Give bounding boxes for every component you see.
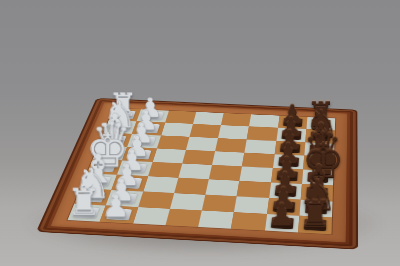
bronze-rook[interactable]: ♜	[298, 195, 331, 233]
board-square[interactable]	[133, 207, 170, 225]
board-square[interactable]	[174, 178, 209, 195]
board-square[interactable]	[205, 179, 239, 196]
board-square[interactable]	[202, 195, 237, 213]
board-square[interactable]: ♜	[298, 216, 332, 235]
board-square[interactable]	[170, 193, 206, 210]
board-grid: ♜♟♟♜♞♟♟♞♝♟♟♝♛♟♟♛♚♟♟♚♝♟♟♝♞♟♟♞♜♟♟♜	[68, 108, 336, 234]
board-square[interactable]	[234, 196, 268, 214]
silver-pawn[interactable]: ♟	[100, 191, 133, 222]
board-square[interactable]	[143, 176, 178, 193]
board-square[interactable]	[212, 151, 245, 166]
board-square[interactable]	[245, 139, 276, 154]
board-square[interactable]: ♟	[100, 205, 138, 223]
board-square[interactable]	[138, 191, 174, 208]
board-square[interactable]: ♟	[264, 214, 299, 233]
photo-backdrop: ♜♟♟♜♞♟♟♞♝♟♟♝♛♟♟♛♚♟♟♚♝♟♟♝♞♟♟♞♜♟♟♜	[0, 0, 400, 266]
board-square[interactable]	[237, 181, 271, 198]
silver-rook[interactable]: ♜	[68, 183, 101, 220]
board-3d-plane: ♜♟♟♜♞♟♟♞♝♟♟♝♛♟♟♛♚♟♟♚♝♟♟♝♞♟♟♞♜♟♟♜	[36, 98, 358, 250]
board-square[interactable]	[231, 212, 266, 230]
board-square[interactable]	[156, 135, 189, 150]
bronze-pawn[interactable]: ♟	[264, 200, 297, 231]
chess-board: ♜♟♟♜♞♟♟♞♝♟♟♝♛♟♟♛♚♟♟♚♝♟♟♝♞♟♟♞♜♟♟♜	[67, 20, 357, 266]
